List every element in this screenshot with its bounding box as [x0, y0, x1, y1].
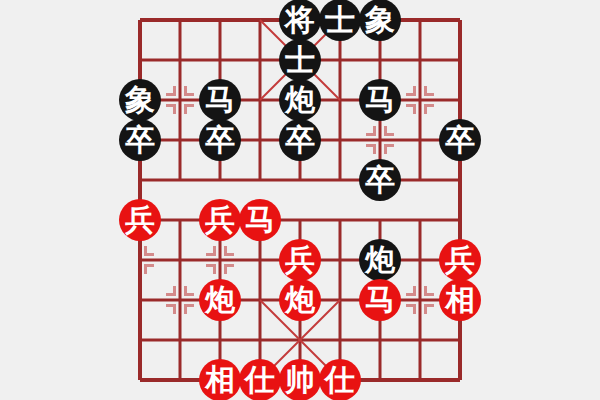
piece-red-advisor[interactable]: 仕	[239, 359, 281, 400]
pieces-layer: 将士象士象马炮马卒卒卒卒卒兵兵马兵炮兵炮炮马相相仕帅仕	[0, 0, 600, 400]
piece-black-soldier[interactable]: 卒	[359, 159, 401, 201]
piece-black-horse[interactable]: 马	[199, 79, 241, 121]
piece-black-elephant[interactable]: 象	[119, 79, 161, 121]
piece-red-soldier[interactable]: 兵	[119, 199, 161, 241]
piece-black-cannon[interactable]: 炮	[279, 79, 321, 121]
piece-black-horse[interactable]: 马	[359, 79, 401, 121]
piece-red-cannon[interactable]: 炮	[279, 279, 321, 321]
piece-red-elephant[interactable]: 相	[199, 359, 241, 400]
piece-red-general[interactable]: 帅	[279, 359, 321, 400]
piece-black-soldier[interactable]: 卒	[279, 119, 321, 161]
piece-black-advisor[interactable]: 士	[319, 0, 361, 41]
piece-red-cannon[interactable]: 炮	[199, 279, 241, 321]
piece-black-soldier[interactable]: 卒	[439, 119, 481, 161]
piece-black-cannon[interactable]: 炮	[359, 239, 401, 281]
piece-red-soldier[interactable]: 兵	[439, 239, 481, 281]
piece-red-elephant[interactable]: 相	[439, 279, 481, 321]
piece-red-soldier[interactable]: 兵	[279, 239, 321, 281]
piece-black-soldier[interactable]: 卒	[119, 119, 161, 161]
piece-black-advisor[interactable]: 士	[279, 39, 321, 81]
piece-red-soldier[interactable]: 兵	[199, 199, 241, 241]
piece-black-general[interactable]: 将	[279, 0, 321, 41]
piece-red-advisor[interactable]: 仕	[319, 359, 361, 400]
piece-red-horse[interactable]: 马	[239, 199, 281, 241]
piece-black-soldier[interactable]: 卒	[199, 119, 241, 161]
piece-black-elephant[interactable]: 象	[359, 0, 401, 41]
xiangqi-board[interactable]: 将士象士象马炮马卒卒卒卒卒兵兵马兵炮兵炮炮马相相仕帅仕	[0, 0, 600, 400]
piece-red-horse[interactable]: 马	[359, 279, 401, 321]
